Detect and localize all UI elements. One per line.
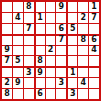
cell-r7c7[interactable]: 1 [67,67,77,77]
cell-r3c5[interactable] [46,24,56,34]
cell-r6c6[interactable] [56,56,66,66]
cell-r1c7[interactable] [67,2,77,12]
sudoku-board: 89141277657869247583912934863 [0,0,101,101]
cell-r7c4[interactable]: 9 [35,67,45,77]
cell-r4c1[interactable] [2,35,12,45]
cell-r6c3[interactable] [24,56,34,66]
cell-r3c7[interactable]: 5 [67,24,77,34]
cell-r9c1[interactable]: 8 [2,89,12,99]
cell-r4c2[interactable] [13,35,23,45]
cell-r5c9[interactable]: 4 [89,46,99,56]
cell-r7c2[interactable] [13,67,23,77]
cell-r8c9[interactable] [89,78,99,88]
cell-r8c1[interactable]: 2 [2,78,12,88]
cell-r6c8[interactable] [78,56,88,66]
cell-r2c7[interactable] [67,13,77,23]
cell-r2c3[interactable] [24,13,34,23]
cell-r5c7[interactable] [67,46,77,56]
cell-r6c1[interactable]: 7 [2,56,12,66]
cell-r1c8[interactable] [78,2,88,12]
cell-r7c5[interactable] [46,67,56,77]
cell-r2c9[interactable]: 7 [89,13,99,23]
cell-r3c2[interactable] [13,24,23,34]
cell-r7c3[interactable]: 3 [24,67,34,77]
cell-r9c2[interactable] [13,89,23,99]
cell-r9c4[interactable]: 6 [35,89,45,99]
cell-r7c8[interactable] [78,67,88,77]
cell-r2c4[interactable]: 1 [35,13,45,23]
cell-r8c4[interactable] [35,78,45,88]
cell-r8c7[interactable] [67,78,77,88]
cell-r6c7[interactable] [67,56,77,66]
cell-r8c5[interactable] [46,78,56,88]
cell-r1c3[interactable]: 8 [24,2,34,12]
cell-r9c8[interactable] [78,89,88,99]
cell-r3c1[interactable] [2,24,12,34]
cell-r5c4[interactable] [35,46,45,56]
cell-r3c4[interactable] [35,24,45,34]
cell-r6c2[interactable]: 5 [13,56,23,66]
cell-r1c1[interactable] [2,2,12,12]
cell-r6c5[interactable] [46,56,56,66]
cell-r3c3[interactable]: 7 [24,24,34,34]
cell-r1c2[interactable] [13,2,23,12]
cell-r8c2[interactable]: 9 [13,78,23,88]
cell-r5c5[interactable]: 2 [46,46,56,56]
cell-r4c9[interactable]: 6 [89,35,99,45]
cell-r6c9[interactable] [89,56,99,66]
cell-r7c6[interactable] [56,67,66,77]
cell-r3c6[interactable]: 6 [56,24,66,34]
cell-r2c6[interactable] [56,13,66,23]
cell-r2c2[interactable]: 4 [13,13,23,23]
cell-r4c8[interactable]: 8 [78,35,88,45]
cell-r1c6[interactable]: 9 [56,2,66,12]
cell-r8c8[interactable]: 4 [78,78,88,88]
cell-r7c9[interactable] [89,67,99,77]
cell-r8c3[interactable] [24,78,34,88]
cell-r9c6[interactable] [56,89,66,99]
cell-r4c5[interactable] [46,35,56,45]
cell-r6c4[interactable]: 8 [35,56,45,66]
cell-r9c7[interactable]: 3 [67,89,77,99]
cell-r4c4[interactable] [35,35,45,45]
cell-r1c9[interactable]: 1 [89,2,99,12]
cell-r2c1[interactable] [2,13,12,23]
cell-r7c1[interactable] [2,67,12,77]
cell-r9c5[interactable] [46,89,56,99]
cell-r1c5[interactable] [46,2,56,12]
cell-r5c1[interactable]: 9 [2,46,12,56]
cell-r5c3[interactable] [24,46,34,56]
cell-r8c6[interactable]: 3 [56,78,66,88]
cell-r1c4[interactable] [35,2,45,12]
cell-r5c2[interactable] [13,46,23,56]
cell-r4c3[interactable] [24,35,34,45]
cell-r2c5[interactable] [46,13,56,23]
cell-r2c8[interactable]: 2 [78,13,88,23]
cell-r5c8[interactable] [78,46,88,56]
cell-r9c9[interactable] [89,89,99,99]
cell-r3c8[interactable] [78,24,88,34]
cell-r3c9[interactable] [89,24,99,34]
cell-r4c7[interactable] [67,35,77,45]
cell-r9c3[interactable] [24,89,34,99]
cell-r4c6[interactable]: 7 [56,35,66,45]
cell-r5c6[interactable] [56,46,66,56]
